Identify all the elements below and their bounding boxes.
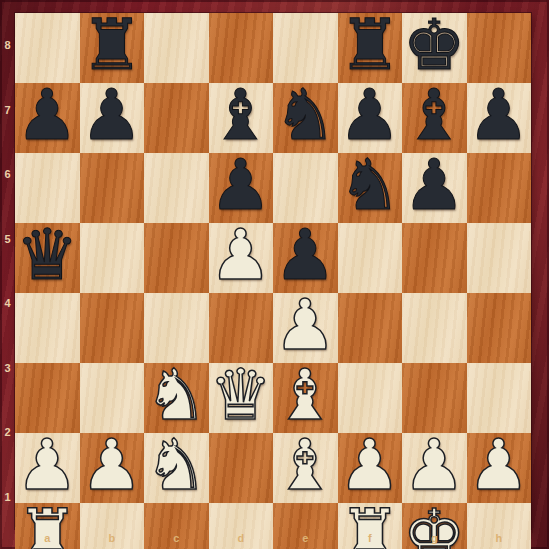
piece-black-rook[interactable]: ♜ xyxy=(338,10,401,80)
square-c7[interactable] xyxy=(144,83,209,153)
square-d7[interactable]: ♝ xyxy=(209,83,274,153)
rank-label-7: 7 xyxy=(0,78,15,143)
square-a6[interactable] xyxy=(15,153,80,223)
square-e2[interactable]: ♝ xyxy=(273,433,338,503)
square-f7[interactable]: ♟ xyxy=(338,83,403,153)
piece-black-pawn[interactable]: ♟ xyxy=(80,80,143,150)
square-g3[interactable] xyxy=(402,363,467,433)
square-a3[interactable] xyxy=(15,363,80,433)
piece-black-rook[interactable]: ♜ xyxy=(80,10,143,80)
square-e6[interactable] xyxy=(273,153,338,223)
square-e5[interactable]: ♟ xyxy=(273,223,338,293)
piece-black-bishop[interactable]: ♝ xyxy=(403,80,466,150)
square-a7[interactable]: ♟ xyxy=(15,83,80,153)
square-f2[interactable]: ♟ xyxy=(338,433,403,503)
square-b2[interactable]: ♟ xyxy=(80,433,145,503)
file-label-g: g xyxy=(402,529,467,549)
square-g4[interactable] xyxy=(402,293,467,363)
piece-black-pawn[interactable]: ♟ xyxy=(403,150,466,220)
square-c4[interactable] xyxy=(144,293,209,363)
square-c2[interactable]: ♞ xyxy=(144,433,209,503)
square-c8[interactable] xyxy=(144,13,209,83)
piece-white-bishop[interactable]: ♝ xyxy=(274,360,337,430)
square-h2[interactable]: ♟ xyxy=(467,433,532,503)
piece-white-pawn[interactable]: ♟ xyxy=(403,430,466,500)
square-d2[interactable] xyxy=(209,433,274,503)
square-b6[interactable] xyxy=(80,153,145,223)
square-h3[interactable] xyxy=(467,363,532,433)
square-a5[interactable]: ♛ xyxy=(15,223,80,293)
piece-white-pawn[interactable]: ♟ xyxy=(80,430,143,500)
square-f4[interactable] xyxy=(338,293,403,363)
file-labels: abcdefgh xyxy=(15,529,531,549)
square-h4[interactable] xyxy=(467,293,532,363)
square-d5[interactable]: ♟ xyxy=(209,223,274,293)
rank-label-4: 4 xyxy=(0,271,15,336)
piece-white-pawn[interactable]: ♟ xyxy=(16,430,79,500)
square-a2[interactable]: ♟ xyxy=(15,433,80,503)
square-h6[interactable] xyxy=(467,153,532,223)
rank-label-5: 5 xyxy=(0,207,15,272)
square-g8[interactable]: ♚ xyxy=(402,13,467,83)
square-b5[interactable] xyxy=(80,223,145,293)
rank-label-3: 3 xyxy=(0,336,15,401)
piece-white-knight[interactable]: ♞ xyxy=(145,430,208,500)
piece-white-pawn[interactable]: ♟ xyxy=(209,220,272,290)
piece-black-pawn[interactable]: ♟ xyxy=(274,220,337,290)
piece-black-bishop[interactable]: ♝ xyxy=(209,80,272,150)
piece-white-pawn[interactable]: ♟ xyxy=(338,430,401,500)
piece-white-queen[interactable]: ♛ xyxy=(209,360,272,430)
piece-black-pawn[interactable]: ♟ xyxy=(467,80,530,150)
square-d3[interactable]: ♛ xyxy=(209,363,274,433)
file-label-c: c xyxy=(144,529,209,549)
chess-board: ♜♜♚♟♟♝♞♟♝♟♟♞♟♛♟♟♟♞♛♝♟♟♞♝♟♟♟♜♜♚ xyxy=(15,13,531,529)
square-b7[interactable]: ♟ xyxy=(80,83,145,153)
piece-black-queen[interactable]: ♛ xyxy=(16,220,79,290)
rank-labels: 87654321 xyxy=(0,13,15,529)
piece-white-pawn[interactable]: ♟ xyxy=(274,290,337,360)
square-c3[interactable]: ♞ xyxy=(144,363,209,433)
square-h5[interactable] xyxy=(467,223,532,293)
square-b8[interactable]: ♜ xyxy=(80,13,145,83)
square-g7[interactable]: ♝ xyxy=(402,83,467,153)
file-label-e: e xyxy=(273,529,338,549)
piece-black-pawn[interactable]: ♟ xyxy=(338,80,401,150)
file-label-d: d xyxy=(209,529,274,549)
square-b4[interactable] xyxy=(80,293,145,363)
square-f5[interactable] xyxy=(338,223,403,293)
piece-white-pawn[interactable]: ♟ xyxy=(467,430,530,500)
piece-black-knight[interactable]: ♞ xyxy=(338,150,401,220)
square-f3[interactable] xyxy=(338,363,403,433)
square-g6[interactable]: ♟ xyxy=(402,153,467,223)
square-c5[interactable] xyxy=(144,223,209,293)
piece-black-pawn[interactable]: ♟ xyxy=(209,150,272,220)
square-d8[interactable] xyxy=(209,13,274,83)
piece-black-pawn[interactable]: ♟ xyxy=(16,80,79,150)
square-d6[interactable]: ♟ xyxy=(209,153,274,223)
square-g2[interactable]: ♟ xyxy=(402,433,467,503)
piece-white-bishop[interactable]: ♝ xyxy=(274,430,337,500)
rank-label-6: 6 xyxy=(0,142,15,207)
square-c6[interactable] xyxy=(144,153,209,223)
square-e8[interactable] xyxy=(273,13,338,83)
square-e3[interactable]: ♝ xyxy=(273,363,338,433)
square-a4[interactable] xyxy=(15,293,80,363)
file-label-a: a xyxy=(15,529,80,549)
rank-label-2: 2 xyxy=(0,400,15,465)
square-g5[interactable] xyxy=(402,223,467,293)
file-label-b: b xyxy=(80,529,145,549)
file-label-h: h xyxy=(467,529,532,549)
board-frame: ♜♜♚♟♟♝♞♟♝♟♟♞♟♛♟♟♟♞♛♝♟♟♞♝♟♟♟♜♜♚ 87654321 … xyxy=(0,0,549,549)
piece-black-knight[interactable]: ♞ xyxy=(274,80,337,150)
square-e7[interactable]: ♞ xyxy=(273,83,338,153)
file-label-f: f xyxy=(338,529,403,549)
square-b3[interactable] xyxy=(80,363,145,433)
square-f8[interactable]: ♜ xyxy=(338,13,403,83)
square-f6[interactable]: ♞ xyxy=(338,153,403,223)
square-d4[interactable] xyxy=(209,293,274,363)
piece-white-knight[interactable]: ♞ xyxy=(145,360,208,430)
square-h7[interactable]: ♟ xyxy=(467,83,532,153)
square-e4[interactable]: ♟ xyxy=(273,293,338,363)
rank-label-8: 8 xyxy=(0,13,15,78)
piece-black-king[interactable]: ♚ xyxy=(403,10,466,80)
square-a8[interactable] xyxy=(15,13,80,83)
rank-label-1: 1 xyxy=(0,465,15,530)
square-h8[interactable] xyxy=(467,13,532,83)
